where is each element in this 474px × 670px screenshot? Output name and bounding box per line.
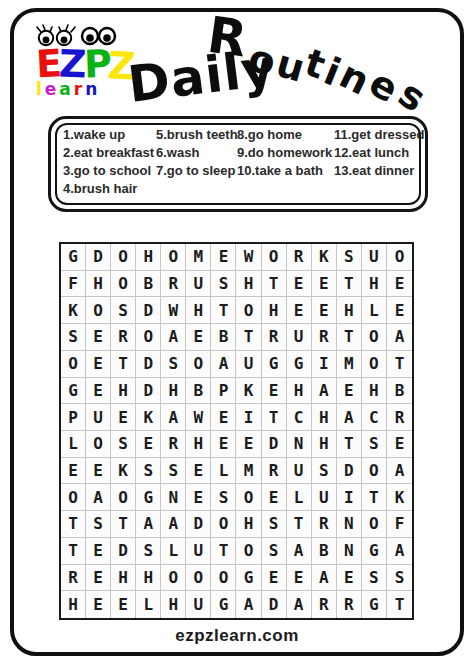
logo-brand-text: EZPZ — [36, 47, 136, 81]
word-item: 10.take a bath — [237, 162, 334, 180]
grid-cell-1-5[interactable]: O — [161, 244, 186, 271]
grid-cell-8-9[interactable]: D — [262, 431, 287, 458]
grid-cell-2-6[interactable]: U — [186, 271, 211, 298]
grid-cell-2-14[interactable]: E — [387, 271, 412, 298]
grid-cell-3-12[interactable]: H — [337, 297, 362, 324]
grid-cell-12-11[interactable]: B — [312, 538, 337, 565]
grid-cell-12-6[interactable]: U — [186, 538, 211, 565]
grid-cell-4-4[interactable]: O — [136, 324, 161, 351]
grid-cell-10-14[interactable]: K — [387, 484, 412, 511]
word-search-grid: GDOHOMEWORKSUOFHOBRUSHTEETHEKOSDWHTOHEEH… — [59, 242, 414, 620]
grid-cell-14-9[interactable]: D — [262, 591, 287, 618]
grid-cell-5-12[interactable]: M — [337, 351, 362, 378]
grid-cell-4-3[interactable]: R — [111, 324, 136, 351]
grid-cell-4-10[interactable]: U — [287, 324, 312, 351]
grid-cell-3-13[interactable]: L — [362, 297, 387, 324]
grid-cell-13-4[interactable]: H — [136, 565, 161, 592]
grid-cell-9-3[interactable]: K — [111, 458, 136, 485]
grid-cell-10-8[interactable]: O — [236, 484, 261, 511]
word-list-column: 8.go home9.do homework10.take a bath — [237, 126, 334, 198]
word-item: 12.eat lunch — [334, 144, 422, 162]
grid-cell-2-8[interactable]: H — [236, 271, 261, 298]
grid-cell-9-7[interactable]: L — [211, 458, 236, 485]
grid-cell-7-9[interactable]: T — [262, 404, 287, 431]
grid-cell-12-7[interactable]: T — [211, 538, 236, 565]
grid-cell-3-8[interactable]: O — [236, 297, 261, 324]
grid-cell-14-6[interactable]: U — [186, 591, 211, 618]
grid-cell-14-10[interactable]: A — [287, 591, 312, 618]
grid-cell-12-10[interactable]: A — [287, 538, 312, 565]
grid-cell-7-1[interactable]: P — [61, 404, 86, 431]
grid-cell-4-2[interactable]: E — [86, 324, 111, 351]
grid-cell-9-14[interactable]: A — [387, 458, 412, 485]
grid-cell-5-3[interactable]: T — [111, 351, 136, 378]
grid-cell-5-1[interactable]: O — [61, 351, 86, 378]
grid-cell-6-13[interactable]: H — [362, 378, 387, 405]
grid-cell-13-5[interactable]: O — [161, 565, 186, 592]
grid-cell-7-5[interactable]: A — [161, 404, 186, 431]
grid-cell-2-12[interactable]: T — [337, 271, 362, 298]
grid-cell-2-2[interactable]: H — [86, 271, 111, 298]
grid-cell-10-9[interactable]: E — [262, 484, 287, 511]
grid-cell-6-14[interactable]: B — [387, 378, 412, 405]
grid-cell-13-9[interactable]: E — [262, 565, 287, 592]
grid-cell-11-9[interactable]: S — [262, 511, 287, 538]
word-list-box: 1.wake up2.eat breakfast3.go to school4.… — [48, 116, 428, 212]
grid-cell-11-1[interactable]: T — [61, 511, 86, 538]
grid-cell-13-3[interactable]: H — [111, 565, 136, 592]
brand-letter: P — [83, 47, 109, 82]
grid-cell-13-7[interactable]: O — [211, 565, 236, 592]
grid-cell-11-10[interactable]: T — [287, 511, 312, 538]
grid-cell-11-5[interactable]: A — [161, 511, 186, 538]
grid-cell-6-2[interactable]: E — [86, 378, 111, 405]
grid-cell-7-4[interactable]: K — [136, 404, 161, 431]
grid-cell-1-3[interactable]: O — [111, 244, 136, 271]
grid-cell-9-1[interactable]: E — [61, 458, 86, 485]
grid-cell-7-8[interactable]: I — [236, 404, 261, 431]
grid-cell-3-7[interactable]: T — [211, 297, 236, 324]
grid-cell-11-2[interactable]: S — [86, 511, 111, 538]
grid-cell-8-10[interactable]: N — [287, 431, 312, 458]
grid-cell-4-12[interactable]: T — [337, 324, 362, 351]
grid-cell-14-14[interactable]: T — [387, 591, 412, 618]
grid-cell-1-9[interactable]: O — [262, 244, 287, 271]
grid-cell-10-11[interactable]: U — [312, 484, 337, 511]
grid-cell-6-1[interactable]: G — [61, 378, 86, 405]
grid-cell-9-11[interactable]: S — [312, 458, 337, 485]
title-routines: Routines — [208, 8, 423, 66]
word-item: 3.go to school — [63, 162, 156, 180]
grid-cell-12-12[interactable]: N — [337, 538, 362, 565]
grid-cell-3-2[interactable]: O — [86, 297, 111, 324]
grid-cell-14-1[interactable]: H — [61, 591, 86, 618]
grid-cell-2-7[interactable]: S — [211, 271, 236, 298]
grid-cell-8-8[interactable]: E — [236, 431, 261, 458]
grid-cell-12-14[interactable]: A — [387, 538, 412, 565]
grid-cell-8-6[interactable]: H — [186, 431, 211, 458]
grid-cell-8-5[interactable]: R — [161, 431, 186, 458]
grid-cell-14-4[interactable]: L — [136, 591, 161, 618]
word-item: 11.get dressed — [334, 126, 422, 144]
grid-cell-6-5[interactable]: H — [161, 378, 186, 405]
grid-cell-13-8[interactable]: G — [236, 565, 261, 592]
grid-cell-11-14[interactable]: F — [387, 511, 412, 538]
grid-cell-1-12[interactable]: S — [337, 244, 362, 271]
word-item: 1.wake up — [63, 126, 156, 144]
grid-cell-8-1[interactable]: L — [61, 431, 86, 458]
grid-cell-10-6[interactable]: E — [186, 484, 211, 511]
grid-cell-11-6[interactable]: D — [186, 511, 211, 538]
grid-cell-9-10[interactable]: U — [287, 458, 312, 485]
grid-cell-11-13[interactable]: O — [362, 511, 387, 538]
grid-cell-3-5[interactable]: W — [161, 297, 186, 324]
grid-cell-9-9[interactable]: R — [262, 458, 287, 485]
grid-cell-10-10[interactable]: L — [287, 484, 312, 511]
grid-cell-1-14[interactable]: O — [387, 244, 412, 271]
grid-cell-2-13[interactable]: H — [362, 271, 387, 298]
grid-cell-3-11[interactable]: E — [312, 297, 337, 324]
grid-cell-10-3[interactable]: O — [111, 484, 136, 511]
grid-cell-10-5[interactable]: N — [161, 484, 186, 511]
word-list-column: 5.brush teeth6.wash7.go to sleep — [156, 126, 237, 198]
grid-cell-12-4[interactable]: S — [136, 538, 161, 565]
grid-cell-4-7[interactable]: B — [211, 324, 236, 351]
grid-cell-6-7[interactable]: P — [211, 378, 236, 405]
grid-cell-6-4[interactable]: D — [136, 378, 161, 405]
grid-cell-2-4[interactable]: B — [136, 271, 161, 298]
grid-cell-14-13[interactable]: G — [362, 591, 387, 618]
grid-cell-5-7[interactable]: A — [211, 351, 236, 378]
grid-cell-7-3[interactable]: E — [111, 404, 136, 431]
grid-cell-9-13[interactable]: O — [362, 458, 387, 485]
grid-cell-5-10[interactable]: G — [287, 351, 312, 378]
grid-cell-5-14[interactable]: T — [387, 351, 412, 378]
grid-cell-8-11[interactable]: H — [312, 431, 337, 458]
grid-cell-3-10[interactable]: E — [287, 297, 312, 324]
grid-cell-2-3[interactable]: O — [111, 271, 136, 298]
grid-cell-1-1[interactable]: G — [61, 244, 86, 271]
grid-cell-10-7[interactable]: S — [211, 484, 236, 511]
grid-cell-13-14[interactable]: S — [387, 565, 412, 592]
grid-cell-11-12[interactable]: N — [337, 511, 362, 538]
grid-cell-6-3[interactable]: H — [111, 378, 136, 405]
grid-cell-13-2[interactable]: E — [86, 565, 111, 592]
grid-cell-1-4[interactable]: H — [136, 244, 161, 271]
word-list: 1.wake up2.eat breakfast3.go to school4.… — [63, 126, 423, 198]
grid-cell-5-9[interactable]: G — [262, 351, 287, 378]
grid-cell-2-10[interactable]: E — [287, 271, 312, 298]
grid-cell-7-6[interactable]: W — [186, 404, 211, 431]
grid-cell-1-11[interactable]: K — [312, 244, 337, 271]
grid-cell-8-2[interactable]: O — [86, 431, 111, 458]
grid-cell-3-4[interactable]: D — [136, 297, 161, 324]
grid-cell-9-2[interactable]: E — [86, 458, 111, 485]
grid-cell-5-5[interactable]: S — [161, 351, 186, 378]
ezpz-learn-logo: EZPZ learn — [36, 24, 136, 97]
grid-cell-12-13[interactable]: G — [362, 538, 387, 565]
grid-cell-10-1[interactable]: O — [61, 484, 86, 511]
grid-cell-12-2[interactable]: E — [86, 538, 111, 565]
grid-cell-7-12[interactable]: A — [337, 404, 362, 431]
grid-cell-5-4[interactable]: D — [136, 351, 161, 378]
word-item: 9.do homework — [237, 144, 334, 162]
grid-cell-10-13[interactable]: T — [362, 484, 387, 511]
footer-url: ezpzlearn.com — [0, 626, 474, 646]
grid-cell-4-9[interactable]: R — [262, 324, 287, 351]
grid-cell-6-12[interactable]: E — [337, 378, 362, 405]
grid-cell-2-5[interactable]: R — [161, 271, 186, 298]
grid-cell-8-14[interactable]: E — [387, 431, 412, 458]
grid-cell-9-12[interactable]: D — [337, 458, 362, 485]
grid-cell-7-14[interactable]: R — [387, 404, 412, 431]
grid-cell-4-13[interactable]: O — [362, 324, 387, 351]
grid-cell-13-12[interactable]: E — [337, 565, 362, 592]
grid-cell-11-3[interactable]: T — [111, 511, 136, 538]
grid-cell-7-11[interactable]: H — [312, 404, 337, 431]
title-letter: R — [204, 6, 250, 69]
grid-cell-7-10[interactable]: C — [287, 404, 312, 431]
grid-cell-13-6[interactable]: O — [186, 565, 211, 592]
grid-cell-1-6[interactable]: M — [186, 244, 211, 271]
grid-cell-11-11[interactable]: R — [312, 511, 337, 538]
grid-cell-4-5[interactable]: A — [161, 324, 186, 351]
grid-cell-12-5[interactable]: L — [161, 538, 186, 565]
brand-letter: E — [35, 46, 60, 81]
grid-cell-11-4[interactable]: A — [136, 511, 161, 538]
grid-cell-5-13[interactable]: O — [362, 351, 387, 378]
grid-cell-4-6[interactable]: E — [186, 324, 211, 351]
grid-cell-3-14[interactable]: E — [387, 297, 412, 324]
grid-cell-14-11[interactable]: R — [312, 591, 337, 618]
word-item: 5.brush teeth — [156, 126, 237, 144]
grid-cell-8-4[interactable]: E — [136, 431, 161, 458]
grid-cell-10-2[interactable]: A — [86, 484, 111, 511]
word-item: 8.go home — [237, 126, 334, 144]
word-item: 4.brush hair — [63, 180, 156, 198]
grid-cell-10-4[interactable]: G — [136, 484, 161, 511]
grid-cell-6-10[interactable]: H — [287, 378, 312, 405]
grid-cell-12-1[interactable]: T — [61, 538, 86, 565]
grid-cell-14-12[interactable]: R — [337, 591, 362, 618]
grid-cell-1-10[interactable]: R — [287, 244, 312, 271]
word-list-column: 11.get dressed12.eat lunch13.eat dinner — [334, 126, 422, 198]
grid-cell-11-8[interactable]: H — [236, 511, 261, 538]
grid-cell-14-8[interactable]: A — [236, 591, 261, 618]
grid-cell-9-4[interactable]: S — [136, 458, 161, 485]
grid-cell-4-14[interactable]: A — [387, 324, 412, 351]
grid-cell-6-11[interactable]: A — [312, 378, 337, 405]
grid-cell-13-13[interactable]: S — [362, 565, 387, 592]
word-item: 2.eat breakfast — [63, 144, 156, 162]
grid-cell-8-13[interactable]: S — [362, 431, 387, 458]
grid-cell-3-9[interactable]: H — [262, 297, 287, 324]
grid-cell-5-8[interactable]: U — [236, 351, 261, 378]
word-list-column: 1.wake up2.eat breakfast3.go to school4.… — [63, 126, 156, 198]
grid-cell-10-12[interactable]: I — [337, 484, 362, 511]
grid-cell-2-11[interactable]: E — [312, 271, 337, 298]
grid-cell-3-3[interactable]: S — [111, 297, 136, 324]
grid-cell-12-3[interactable]: D — [111, 538, 136, 565]
grid-cell-7-13[interactable]: C — [362, 404, 387, 431]
grid-cell-14-7[interactable]: G — [211, 591, 236, 618]
grid-cell-1-8[interactable]: W — [236, 244, 261, 271]
grid-cell-2-1[interactable]: F — [61, 271, 86, 298]
grid-cell-5-6[interactable]: O — [186, 351, 211, 378]
grid-cell-1-13[interactable]: U — [362, 244, 387, 271]
grid-cell-6-8[interactable]: K — [236, 378, 261, 405]
grid-cell-4-1[interactable]: S — [61, 324, 86, 351]
grid-cell-11-7[interactable]: O — [211, 511, 236, 538]
word-item: 7.go to sleep — [156, 162, 237, 180]
grid-cell-5-2[interactable]: E — [86, 351, 111, 378]
grid-cell-13-11[interactable]: A — [312, 565, 337, 592]
grid-cell-4-8[interactable]: T — [236, 324, 261, 351]
grid-cell-8-12[interactable]: T — [337, 431, 362, 458]
grid-cell-14-3[interactable]: E — [111, 591, 136, 618]
grid-cell-14-5[interactable]: H — [161, 591, 186, 618]
grid-cell-13-1[interactable]: R — [61, 565, 86, 592]
grid-cell-8-7[interactable]: E — [211, 431, 236, 458]
grid-cell-9-6[interactable]: E — [186, 458, 211, 485]
grid-cell-6-6[interactable]: B — [186, 378, 211, 405]
grid-cell-4-11[interactable]: R — [312, 324, 337, 351]
grid-cell-9-5[interactable]: S — [161, 458, 186, 485]
grid-cell-3-6[interactable]: H — [186, 297, 211, 324]
brand-letter: Z — [58, 47, 84, 82]
grid-cell-12-8[interactable]: O — [236, 538, 261, 565]
grid-cell-7-2[interactable]: U — [86, 404, 111, 431]
grid-cell-5-11[interactable]: I — [312, 351, 337, 378]
grid-cell-1-2[interactable]: D — [86, 244, 111, 271]
grid-cell-14-2[interactable]: E — [86, 591, 111, 618]
word-item: 13.eat dinner — [334, 162, 422, 180]
grid-cell-7-7[interactable]: E — [211, 404, 236, 431]
grid-cell-9-8[interactable]: M — [236, 458, 261, 485]
word-item: 6.wash — [156, 144, 237, 162]
grid-cell-2-9[interactable]: T — [262, 271, 287, 298]
grid-cell-13-10[interactable]: E — [287, 565, 312, 592]
grid-cell-6-9[interactable]: E — [262, 378, 287, 405]
grid-cell-8-3[interactable]: S — [111, 431, 136, 458]
grid-cell-1-7[interactable]: E — [211, 244, 236, 271]
grid-cell-12-9[interactable]: S — [262, 538, 287, 565]
grid-cell-3-1[interactable]: K — [61, 297, 86, 324]
